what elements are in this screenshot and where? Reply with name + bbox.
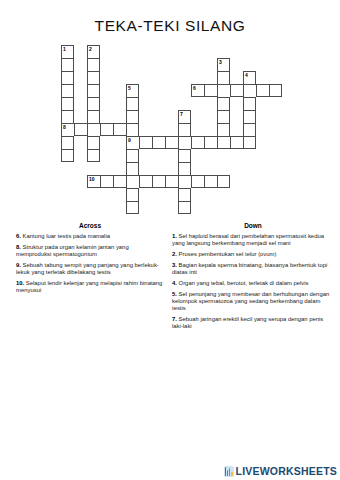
grid-cell[interactable]	[113, 175, 126, 188]
grid-cell[interactable]	[139, 175, 152, 188]
grid-cell[interactable]: 5	[126, 84, 139, 97]
grid-cell[interactable]	[152, 136, 165, 149]
clue-number-label: 10.	[16, 280, 26, 286]
clue-down-4: 4. Organ yang tebal, berotot, terletak d…	[172, 280, 334, 287]
clue-number: 10	[89, 176, 95, 182]
clue-number: 7	[180, 111, 183, 117]
grid-cell[interactable]: 8	[61, 123, 74, 136]
grid-cell[interactable]	[191, 136, 204, 149]
grid-cell[interactable]	[87, 136, 100, 149]
clue-number-label: 7.	[172, 316, 179, 322]
grid-cell[interactable]	[87, 58, 100, 71]
grid-cell[interactable]	[61, 97, 74, 110]
grid-cell[interactable]	[178, 123, 191, 136]
clue-number-label: 4.	[172, 280, 179, 286]
grid-cell[interactable]	[61, 58, 74, 71]
grid-cell[interactable]	[87, 71, 100, 84]
grid-cell[interactable]	[126, 188, 139, 201]
grid-cell[interactable]	[243, 123, 256, 136]
across-clue-list: 6. Kantong luar testis pada mamalia8. St…	[16, 233, 164, 293]
grid-cell[interactable]	[61, 71, 74, 84]
down-clues-section: Down 1. Sel haploid berasal dari pembela…	[172, 222, 334, 334]
grid-cell[interactable]	[152, 175, 165, 188]
clue-number-label: 8.	[16, 244, 23, 250]
grid-cell[interactable]	[256, 84, 269, 97]
grid-cell[interactable]	[204, 136, 217, 149]
grid-cell[interactable]	[243, 110, 256, 123]
clue-across-8: 8. Struktur pada organ kelamin jantan ya…	[16, 244, 164, 257]
liveworksheets-icon	[224, 466, 234, 477]
grid-cell[interactable]	[139, 136, 152, 149]
grid-cell[interactable]	[230, 136, 243, 149]
grid-cell[interactable]	[178, 149, 191, 162]
grid-cell[interactable]	[113, 123, 126, 136]
grid-cell[interactable]	[243, 84, 256, 97]
clue-down-5: 5. Sel penunjang yang membesar dan berhu…	[172, 291, 334, 311]
grid-cell[interactable]	[126, 110, 139, 123]
brand-text: LIVEWORKSHEETS	[236, 465, 337, 477]
grid-cell[interactable]	[217, 71, 230, 84]
grid-cell[interactable]: 2	[87, 45, 100, 58]
clue-number-label: 6.	[16, 233, 23, 239]
crossword-grid: 12345678910	[61, 45, 282, 214]
clue-number: 2	[89, 46, 92, 52]
clue-across-6: 6. Kantong luar testis pada mamalia	[16, 233, 164, 240]
grid-cell[interactable]	[61, 136, 74, 149]
grid-cell[interactable]	[204, 84, 217, 97]
grid-cell[interactable]: 9	[126, 136, 139, 149]
grid-cell[interactable]	[87, 110, 100, 123]
grid-cell[interactable]	[165, 136, 178, 149]
clue-number: 6	[193, 85, 196, 91]
grid-cell[interactable]	[74, 123, 87, 136]
clue-number-label: 9.	[16, 262, 23, 268]
grid-cell[interactable]	[178, 162, 191, 175]
grid-cell[interactable]: 7	[178, 110, 191, 123]
grid-cell[interactable]: 6	[191, 84, 204, 97]
grid-cell[interactable]	[126, 149, 139, 162]
down-header: Down	[172, 222, 334, 229]
grid-cell[interactable]	[126, 201, 139, 214]
grid-cell[interactable]: 10	[87, 175, 100, 188]
clue-number: 1	[63, 46, 66, 52]
grid-cell[interactable]	[178, 201, 191, 214]
clue-number-label: 1.	[172, 233, 179, 239]
grid-cell[interactable]: 1	[61, 45, 74, 58]
icon-bar-blue	[225, 467, 226, 476]
clue-number: 4	[245, 72, 248, 78]
grid-cell[interactable]	[217, 136, 230, 149]
clue-down-2: 2. Proses pembentukan sel telur (ovum)	[172, 251, 334, 258]
clue-across-9: 9. Sebuah tabung sempit yang panjang yan…	[16, 262, 164, 275]
grid-cell[interactable]	[269, 84, 282, 97]
grid-cell[interactable]	[87, 84, 100, 97]
grid-cell[interactable]	[217, 123, 230, 136]
grid-cell[interactable]	[61, 149, 74, 162]
icon-bar-red	[227, 470, 228, 476]
grid-cell[interactable]	[100, 123, 113, 136]
grid-cell[interactable]	[217, 84, 230, 97]
clue-across-10: 10. Selaput lendir kelenjar yang melapis…	[16, 280, 164, 293]
across-header: Across	[16, 222, 164, 229]
grid-cell[interactable]	[165, 175, 178, 188]
grid-cell[interactable]	[126, 123, 139, 136]
grid-cell[interactable]	[178, 175, 191, 188]
grid-cell[interactable]	[87, 149, 100, 162]
grid-cell[interactable]	[126, 175, 139, 188]
grid-cell[interactable]	[178, 188, 191, 201]
grid-cell[interactable]	[100, 175, 113, 188]
grid-cell[interactable]	[217, 175, 230, 188]
clue-down-1: 1. Sel haploid berasal dari pembelahan s…	[172, 233, 334, 246]
clue-down-7: 7. Sebuah jaringan erektil kecil yang se…	[172, 316, 334, 329]
clue-number: 5	[128, 85, 131, 91]
grid-cell[interactable]	[217, 110, 230, 123]
grid-cell[interactable]	[217, 97, 230, 110]
puzzle-title: TEKA-TEKI SILANG	[0, 17, 340, 35]
grid-cell[interactable]	[61, 84, 74, 97]
clue-number-label: 2.	[172, 251, 179, 257]
grid-cell[interactable]	[178, 136, 191, 149]
across-clues-section: Across 6. Kantong luar testis pada mamal…	[16, 222, 164, 298]
clue-number-label: 3.	[172, 262, 179, 268]
footer-brand[interactable]: LIVEWORKSHEETS	[224, 465, 337, 477]
clue-number: 9	[128, 137, 131, 143]
grid-cell[interactable]	[191, 175, 204, 188]
clue-number: 3	[219, 59, 222, 65]
grid-cell[interactable]	[243, 136, 256, 149]
icon-bar-yellow	[231, 472, 232, 476]
grid-cell[interactable]	[230, 84, 243, 97]
grid-cell[interactable]	[243, 97, 256, 110]
clue-down-3: 3. Bagian kepala sperma binatang, biasan…	[172, 262, 334, 275]
clue-number-label: 5.	[172, 291, 179, 297]
grid-cell[interactable]	[87, 123, 100, 136]
grid-cell[interactable]: 3	[217, 58, 230, 71]
grid-cell[interactable]: 4	[243, 71, 256, 84]
down-clue-list: 1. Sel haploid berasal dari pembelahan s…	[172, 233, 334, 329]
clue-number: 8	[63, 124, 66, 130]
grid-cell[interactable]	[126, 97, 139, 110]
grid-cell[interactable]	[126, 162, 139, 175]
grid-cell[interactable]	[61, 110, 74, 123]
grid-cell[interactable]	[204, 175, 217, 188]
icon-bar-green	[229, 468, 230, 476]
grid-cell[interactable]	[87, 97, 100, 110]
